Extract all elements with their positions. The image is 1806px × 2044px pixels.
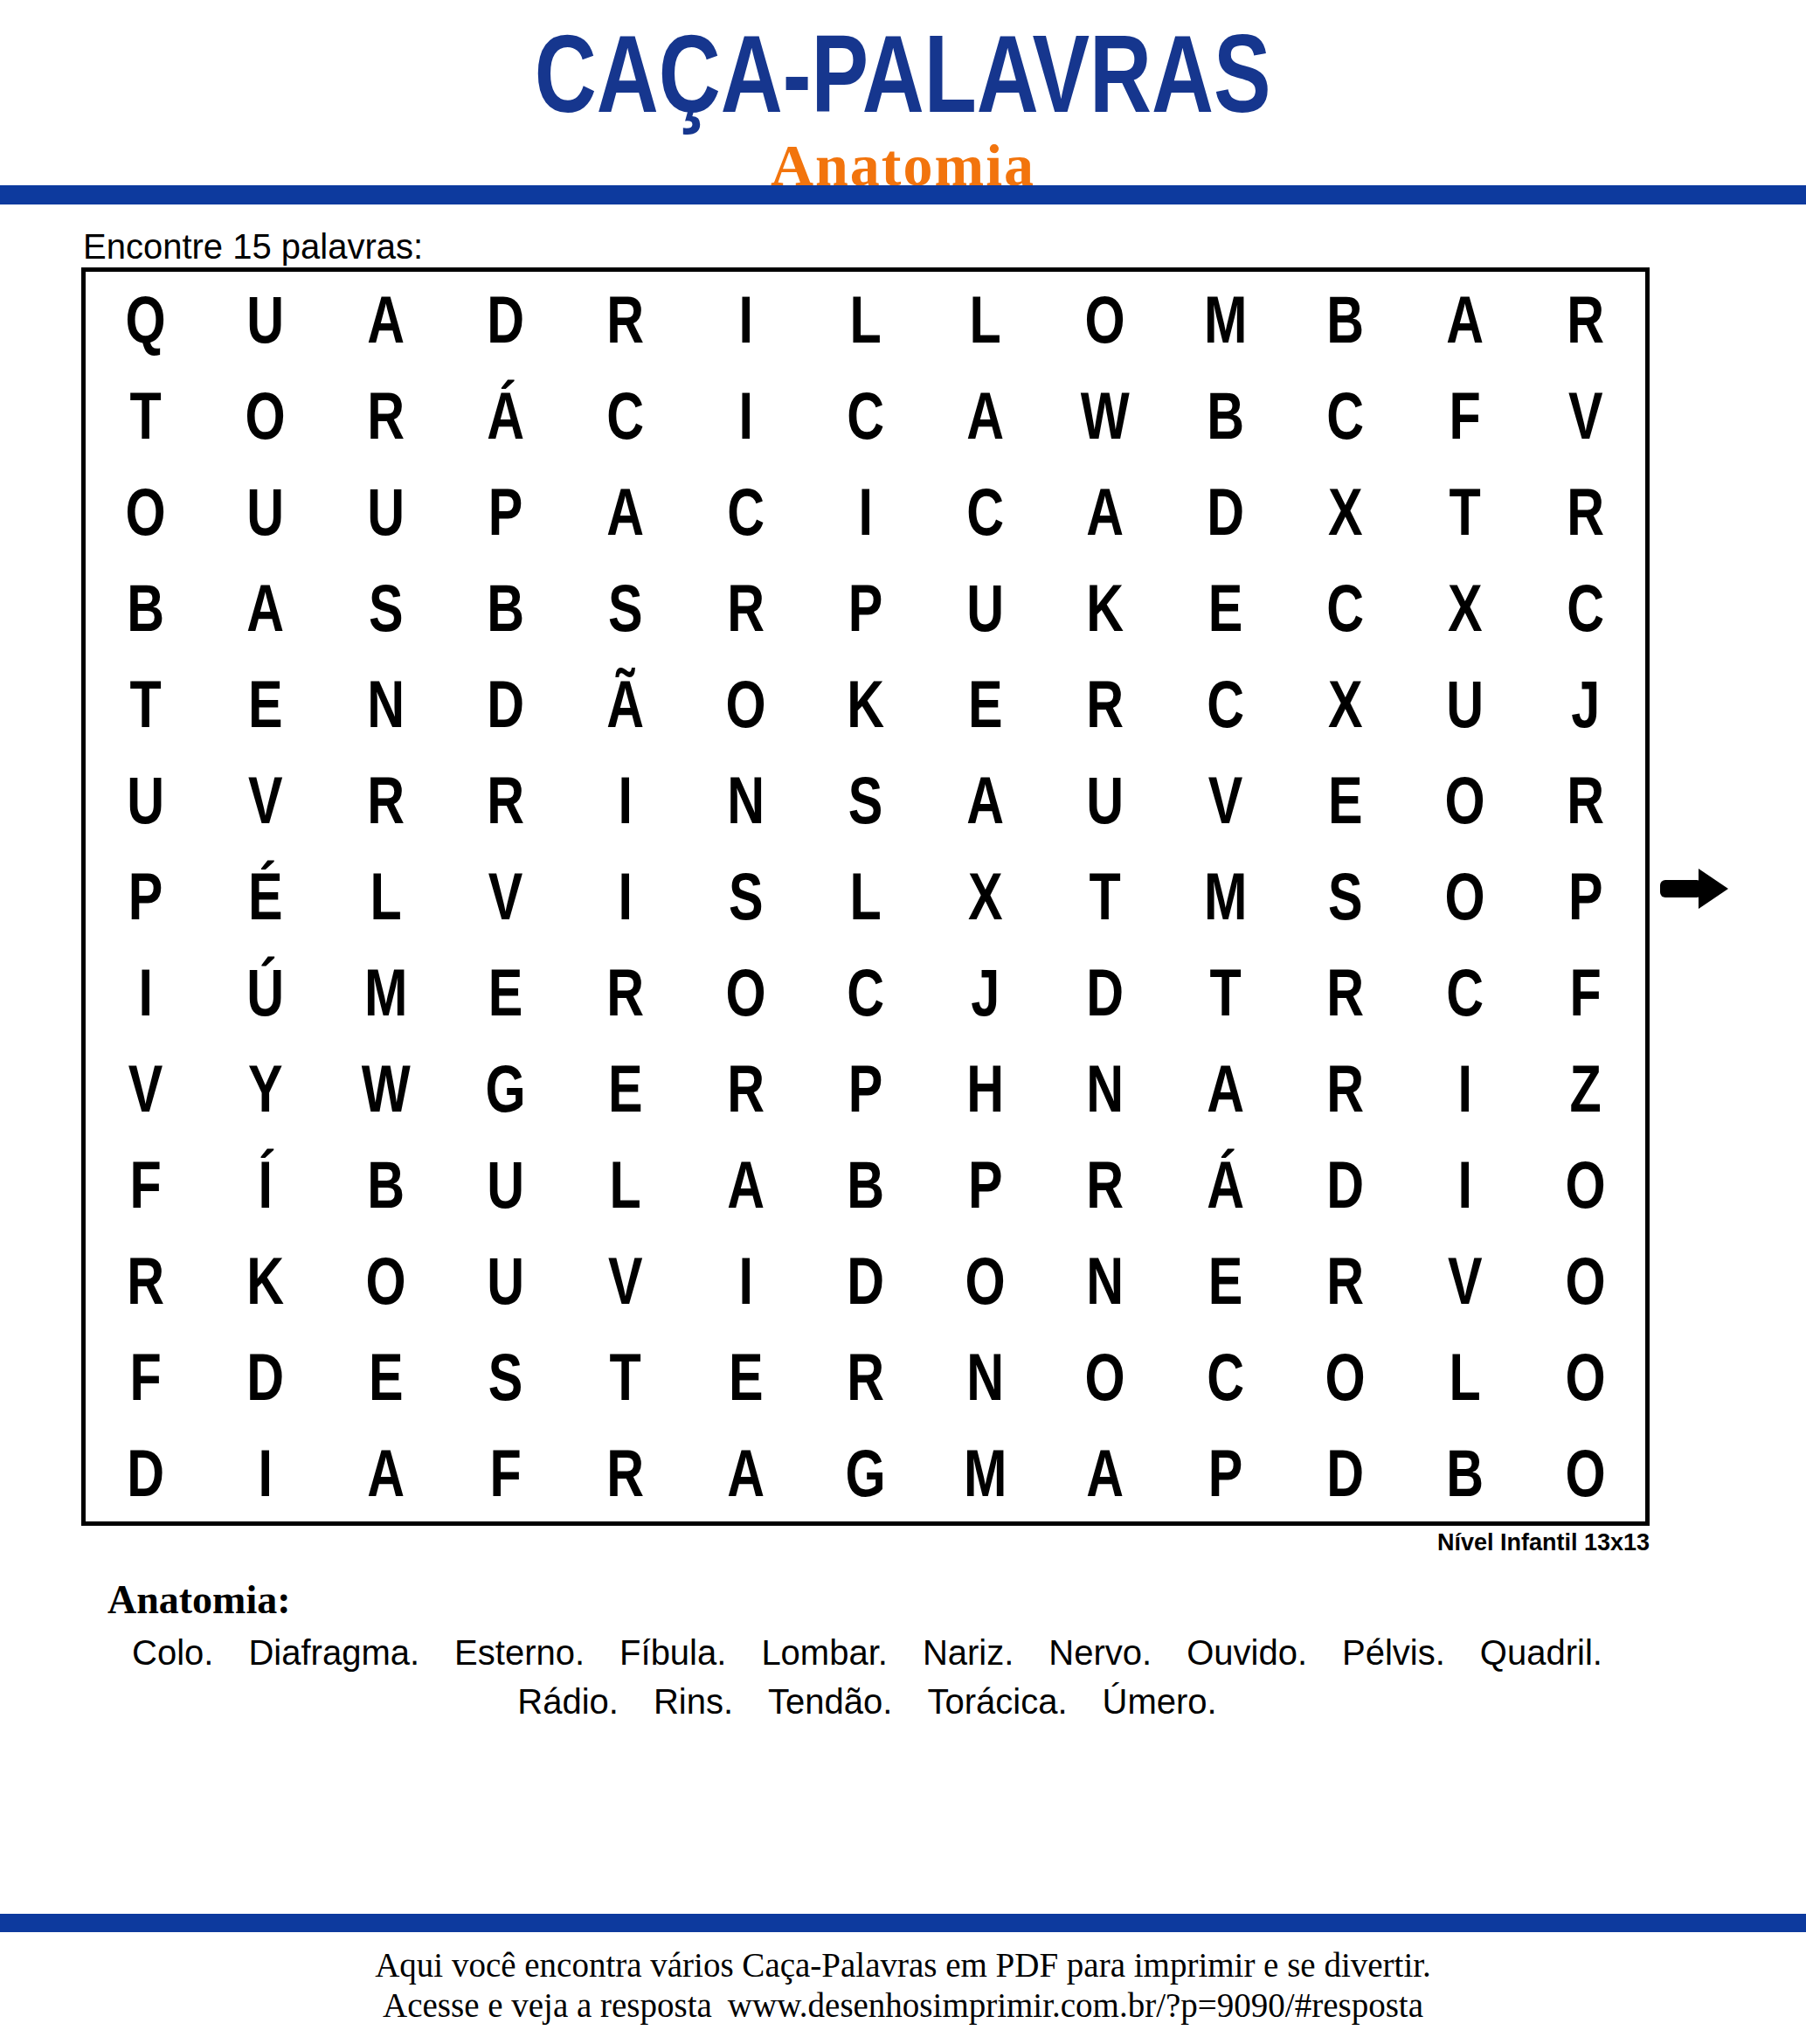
grid-cell-r9c11[interactable]: R <box>1298 1041 1392 1137</box>
page: CAÇA-PALAVRAS Anatomia Encontre 15 palav… <box>0 0 1806 2044</box>
grid-cell-r13c7[interactable]: G <box>819 1425 912 1521</box>
grid-cell-r6c3[interactable]: R <box>339 752 432 849</box>
grid-cell-r13c2[interactable]: I <box>218 1425 312 1521</box>
grid-cell-r12c4[interactable]: S <box>459 1329 552 1425</box>
grid-cell-r6c1[interactable]: U <box>99 752 192 849</box>
grid-cell-r8c6[interactable]: O <box>699 945 792 1041</box>
grid-cell-r2c9[interactable]: W <box>1059 368 1152 464</box>
word-item: Úmero. <box>1103 1682 1217 1722</box>
grid-cell-r8c1[interactable]: I <box>99 945 192 1041</box>
grid-cell-r5c9[interactable]: R <box>1059 656 1152 752</box>
grid-cell-r7c5[interactable]: I <box>578 849 672 945</box>
grid-cell-r11c9[interactable]: N <box>1059 1233 1152 1329</box>
grid-cell-r5c6[interactable]: O <box>699 656 792 752</box>
grid-cell-r7c2[interactable]: É <box>218 849 312 945</box>
grid-cell-r6c6[interactable]: N <box>699 752 792 849</box>
grid-cell-r13c9[interactable]: A <box>1059 1425 1152 1521</box>
grid-cell-r2c3[interactable]: R <box>339 368 432 464</box>
grid-cell-r10c12[interactable]: I <box>1418 1137 1512 1233</box>
grid-cell-r11c8[interactable]: O <box>938 1233 1032 1329</box>
word-list-heading: Anatomia: <box>107 1576 291 1623</box>
grid-cell-r12c8[interactable]: N <box>938 1329 1032 1425</box>
grid-cell-r5c12[interactable]: U <box>1418 656 1512 752</box>
grid-cell-r6c9[interactable]: U <box>1059 752 1152 849</box>
grid-cell-r5c5[interactable]: Ã <box>578 656 672 752</box>
grid-cell-r4c4[interactable]: B <box>459 560 552 656</box>
grid-cell-r1c8[interactable]: L <box>938 272 1032 368</box>
grid-cell-r10c1[interactable]: F <box>99 1137 192 1233</box>
grid-cell-r1c3[interactable]: A <box>339 272 432 368</box>
grid-cell-r9c3[interactable]: W <box>339 1041 432 1137</box>
grid-cell-r9c7[interactable]: P <box>819 1041 912 1137</box>
grid-cell-r9c10[interactable]: A <box>1179 1041 1272 1137</box>
grid-cell-r12c3[interactable]: E <box>339 1329 432 1425</box>
grid-cell-r13c13[interactable]: O <box>1539 1425 1632 1521</box>
grid-cell-r7c9[interactable]: T <box>1059 849 1152 945</box>
grid-cell-r13c8[interactable]: M <box>938 1425 1032 1521</box>
grid-cell-r11c6[interactable]: I <box>699 1233 792 1329</box>
grid-cell-r10c3[interactable]: B <box>339 1137 432 1233</box>
grid-cell-r7c1[interactable]: P <box>99 849 192 945</box>
right-arrow-head <box>1699 869 1728 909</box>
grid-cell-r2c10[interactable]: B <box>1179 368 1272 464</box>
grid-cell-r13c4[interactable]: F <box>459 1425 552 1521</box>
grid-cell-r11c2[interactable]: K <box>218 1233 312 1329</box>
grid-cell-r2c5[interactable]: C <box>578 368 672 464</box>
right-arrow-tail <box>1660 880 1702 897</box>
grid-cell-r3c6[interactable]: C <box>699 464 792 560</box>
grid-cell-r9c6[interactable]: R <box>699 1041 792 1137</box>
grid-cell-r2c6[interactable]: I <box>699 368 792 464</box>
divider-bar-bottom <box>0 1914 1806 1932</box>
grid-cell-r2c1[interactable]: T <box>99 368 192 464</box>
grid-cell-r7c13[interactable]: P <box>1539 849 1632 945</box>
grid-cell-r10c5[interactable]: L <box>578 1137 672 1233</box>
grid-cell-r6c13[interactable]: R <box>1539 752 1632 849</box>
word-grid: QUADRILLOMBARTORÁCICAWBCFVOUUPACICADXTRB… <box>81 267 1650 1526</box>
grid-cell-r1c9[interactable]: O <box>1059 272 1152 368</box>
grid-cell-r8c13[interactable]: F <box>1539 945 1632 1041</box>
grid-cell-r8c9[interactable]: D <box>1059 945 1152 1041</box>
grid-cell-r1c13[interactable]: R <box>1539 272 1632 368</box>
grid-cell-r10c11[interactable]: D <box>1298 1137 1392 1233</box>
grid-cell-r8c10[interactable]: T <box>1179 945 1272 1041</box>
grid-cell-r8c12[interactable]: C <box>1418 945 1512 1041</box>
grid-cell-r10c10[interactable]: Á <box>1179 1137 1272 1233</box>
grid-cell-r4c13[interactable]: C <box>1539 560 1632 656</box>
grid-cell-r6c12[interactable]: O <box>1418 752 1512 849</box>
grid-cell-r5c13[interactable]: J <box>1539 656 1632 752</box>
grid-cell-r1c4[interactable]: D <box>459 272 552 368</box>
word-item: Lombar. <box>761 1633 888 1673</box>
grid-cell-r4c7[interactable]: P <box>819 560 912 656</box>
grid-cell-r8c7[interactable]: C <box>819 945 912 1041</box>
grid-cell-r12c9[interactable]: O <box>1059 1329 1152 1425</box>
grid-cell-r3c8[interactable]: C <box>938 464 1032 560</box>
grid-cell-r13c1[interactable]: D <box>99 1425 192 1521</box>
grid-cell-r11c3[interactable]: O <box>339 1233 432 1329</box>
grid-cell-r11c1[interactable]: R <box>99 1233 192 1329</box>
grid-cell-r5c8[interactable]: E <box>938 656 1032 752</box>
grid-cell-r2c2[interactable]: O <box>218 368 312 464</box>
grid-cell-r9c4[interactable]: G <box>459 1041 552 1137</box>
grid-cell-r10c6[interactable]: A <box>699 1137 792 1233</box>
grid-cell-r9c1[interactable]: V <box>99 1041 192 1137</box>
grid-cell-r6c4[interactable]: R <box>459 752 552 849</box>
grid-cell-r12c13[interactable]: O <box>1539 1329 1632 1425</box>
grid-cell-r6c5[interactable]: I <box>578 752 672 849</box>
page-title: CAÇA-PALAVRAS <box>0 19 1806 129</box>
grid-cell-r10c8[interactable]: P <box>938 1137 1032 1233</box>
grid-cell-r1c7[interactable]: L <box>819 272 912 368</box>
grid-cell-r13c11[interactable]: D <box>1298 1425 1392 1521</box>
grid-cell-r1c6[interactable]: I <box>699 272 792 368</box>
word-item: Rádio. <box>517 1682 619 1722</box>
grid-cell-r1c11[interactable]: B <box>1298 272 1392 368</box>
footer-line-2-prefix: Acesse e veja a resposta <box>383 1986 712 2024</box>
grid-cell-r11c5[interactable]: V <box>578 1233 672 1329</box>
grid-cell-r9c2[interactable]: Y <box>218 1041 312 1137</box>
grid-cell-r3c11[interactable]: X <box>1298 464 1392 560</box>
grid-cell-r3c5[interactable]: A <box>578 464 672 560</box>
grid-cell-r6c7[interactable]: S <box>819 752 912 849</box>
grid-cell-r1c5[interactable]: R <box>578 272 672 368</box>
grid-cell-r4c12[interactable]: X <box>1418 560 1512 656</box>
grid-cell-r8c5[interactable]: R <box>578 945 672 1041</box>
grid-cell-r10c2[interactable]: Í <box>218 1137 312 1233</box>
word-item: Rins. <box>654 1682 733 1722</box>
grid-cell-r5c3[interactable]: N <box>339 656 432 752</box>
grid-cell-r11c13[interactable]: O <box>1539 1233 1632 1329</box>
grid-cell-r9c8[interactable]: H <box>938 1041 1032 1137</box>
level-label: Nível Infantil 13x13 <box>81 1529 1650 1556</box>
grid-cell-r3c4[interactable]: P <box>459 464 552 560</box>
grid-cell-r7c3[interactable]: L <box>339 849 432 945</box>
grid-cell-r3c7[interactable]: I <box>819 464 912 560</box>
grid-cell-r4c3[interactable]: S <box>339 560 432 656</box>
grid-cell-r5c7[interactable]: K <box>819 656 912 752</box>
grid-cell-r2c11[interactable]: C <box>1298 368 1392 464</box>
grid-cell-r10c4[interactable]: U <box>459 1137 552 1233</box>
grid-cell-r13c6[interactable]: A <box>699 1425 792 1521</box>
grid-cell-r12c1[interactable]: F <box>99 1329 192 1425</box>
word-item: Quadril. <box>1480 1633 1602 1673</box>
grid-cell-r4c8[interactable]: U <box>938 560 1032 656</box>
grid-cell-r7c12[interactable]: O <box>1418 849 1512 945</box>
header: CAÇA-PALAVRAS Anatomia <box>0 19 1806 200</box>
grid-cell-r3c9[interactable]: A <box>1059 464 1152 560</box>
grid-cell-r3c2[interactable]: U <box>218 464 312 560</box>
grid-cell-r10c7[interactable]: B <box>819 1137 912 1233</box>
grid-cell-r3c3[interactable]: U <box>339 464 432 560</box>
footer-url[interactable]: www.desenhosimprimir.com.br/?p=9090/#res… <box>728 1986 1423 2024</box>
grid-cell-r3c12[interactable]: T <box>1418 464 1512 560</box>
grid-cell-r4c10[interactable]: E <box>1179 560 1272 656</box>
word-item: Fíbula. <box>619 1633 726 1673</box>
word-item: Ouvido. <box>1187 1633 1307 1673</box>
page-title-text: CAÇA-PALAVRAS <box>535 19 1271 129</box>
instruction-text: Encontre 15 palavras: <box>83 227 423 267</box>
grid-cell-r10c9[interactable]: R <box>1059 1137 1152 1233</box>
grid-cell-r4c1[interactable]: B <box>99 560 192 656</box>
grid-cell-r6c11[interactable]: E <box>1298 752 1392 849</box>
word-item: Nervo. <box>1048 1633 1152 1673</box>
grid-cell-r1c12[interactable]: A <box>1418 272 1512 368</box>
grid-cell-r12c10[interactable]: C <box>1179 1329 1272 1425</box>
grid-cell-r5c1[interactable]: T <box>99 656 192 752</box>
word-item: Nariz. <box>923 1633 1014 1673</box>
grid-cell-r11c7[interactable]: D <box>819 1233 912 1329</box>
grid-cell-r1c2[interactable]: U <box>218 272 312 368</box>
grid-cell-r7c8[interactable]: X <box>938 849 1032 945</box>
divider-bar-top <box>0 185 1806 204</box>
word-list-line-1: Colo.Diafragma.Esterno.Fíbula.Lombar.Nar… <box>83 1633 1651 1673</box>
grid-cell-r4c2[interactable]: A <box>218 560 312 656</box>
grid-cell-r9c5[interactable]: E <box>578 1041 672 1137</box>
grid-cell-r5c11[interactable]: X <box>1298 656 1392 752</box>
grid-cell-r8c3[interactable]: M <box>339 945 432 1041</box>
grid-cell-r6c8[interactable]: A <box>938 752 1032 849</box>
grid-cell-r7c7[interactable]: L <box>819 849 912 945</box>
grid-cell-r5c10[interactable]: C <box>1179 656 1272 752</box>
grid-cell-r9c12[interactable]: I <box>1418 1041 1512 1137</box>
word-item: Colo. <box>132 1633 213 1673</box>
grid-cell-r6c10[interactable]: V <box>1179 752 1272 849</box>
grid-cell-r7c4[interactable]: V <box>459 849 552 945</box>
grid-cell-r8c11[interactable]: R <box>1298 945 1392 1041</box>
grid-cell-r13c5[interactable]: R <box>578 1425 672 1521</box>
grid-cell-r11c4[interactable]: U <box>459 1233 552 1329</box>
grid-cell-r9c9[interactable]: N <box>1059 1041 1152 1137</box>
grid-cell-r8c2[interactable]: Ú <box>218 945 312 1041</box>
grid-cell-r1c1[interactable]: Q <box>99 272 192 368</box>
word-item: Diafragma. <box>248 1633 419 1673</box>
word-item: Torácica. <box>927 1682 1067 1722</box>
grid-cell-r12c7[interactable]: R <box>819 1329 912 1425</box>
footer-line-1: Aqui você encontra vários Caça-Palavras … <box>0 1945 1806 1985</box>
grid-cell-r7c10[interactable]: M <box>1179 849 1272 945</box>
footer-line-2: Acesse e veja a respostawww.desenhosimpr… <box>0 1985 1806 2026</box>
grid-cell-r12c5[interactable]: T <box>578 1329 672 1425</box>
grid-cell-r5c2[interactable]: E <box>218 656 312 752</box>
grid-cell-r7c6[interactable]: S <box>699 849 792 945</box>
grid-cell-r5c4[interactable]: D <box>459 656 552 752</box>
grid-cell-r3c13[interactable]: R <box>1539 464 1632 560</box>
grid-cell-r2c12[interactable]: F <box>1418 368 1512 464</box>
grid-cell-r4c6[interactable]: R <box>699 560 792 656</box>
grid-cell-r13c12[interactable]: B <box>1418 1425 1512 1521</box>
grid-cell-r12c6[interactable]: E <box>699 1329 792 1425</box>
grid-cell-r11c12[interactable]: V <box>1418 1233 1512 1329</box>
right-arrow-icon <box>1660 869 1728 909</box>
grid-cell-r4c9[interactable]: K <box>1059 560 1152 656</box>
grid-cell-r9c13[interactable]: Z <box>1539 1041 1632 1137</box>
grid-cell-r8c4[interactable]: E <box>459 945 552 1041</box>
grid-cell-r3c1[interactable]: O <box>99 464 192 560</box>
grid-cell-r12c2[interactable]: D <box>218 1329 312 1425</box>
grid-cell-r1c10[interactable]: M <box>1179 272 1272 368</box>
grid-cell-r12c11[interactable]: O <box>1298 1329 1392 1425</box>
grid-cell-r10c13[interactable]: O <box>1539 1137 1632 1233</box>
grid-cell-r13c10[interactable]: P <box>1179 1425 1272 1521</box>
word-list-line-2: Rádio.Rins.Tendão.Torácica.Úmero. <box>83 1682 1651 1722</box>
word-item: Esterno. <box>454 1633 585 1673</box>
grid-cell-r13c3[interactable]: A <box>339 1425 432 1521</box>
grid-cell-r6c2[interactable]: V <box>218 752 312 849</box>
grid-cell-r2c13[interactable]: V <box>1539 368 1632 464</box>
grid-cell-r12c12[interactable]: L <box>1418 1329 1512 1425</box>
grid-cell-r7c11[interactable]: S <box>1298 849 1392 945</box>
word-item: Pélvis. <box>1342 1633 1445 1673</box>
grid-cell-r4c11[interactable]: C <box>1298 560 1392 656</box>
grid-cell-r11c11[interactable]: R <box>1298 1233 1392 1329</box>
grid-cell-r4c5[interactable]: S <box>578 560 672 656</box>
grid-cell-r2c4[interactable]: Á <box>459 368 552 464</box>
grid-cell-r2c7[interactable]: C <box>819 368 912 464</box>
grid-cell-r8c8[interactable]: J <box>938 945 1032 1041</box>
word-item: Tendão. <box>768 1682 892 1722</box>
grid-cell-r3c10[interactable]: D <box>1179 464 1272 560</box>
footer: Aqui você encontra vários Caça-Palavras … <box>0 1945 1806 2026</box>
grid-cell-r2c8[interactable]: A <box>938 368 1032 464</box>
grid-cell-r11c10[interactable]: E <box>1179 1233 1272 1329</box>
